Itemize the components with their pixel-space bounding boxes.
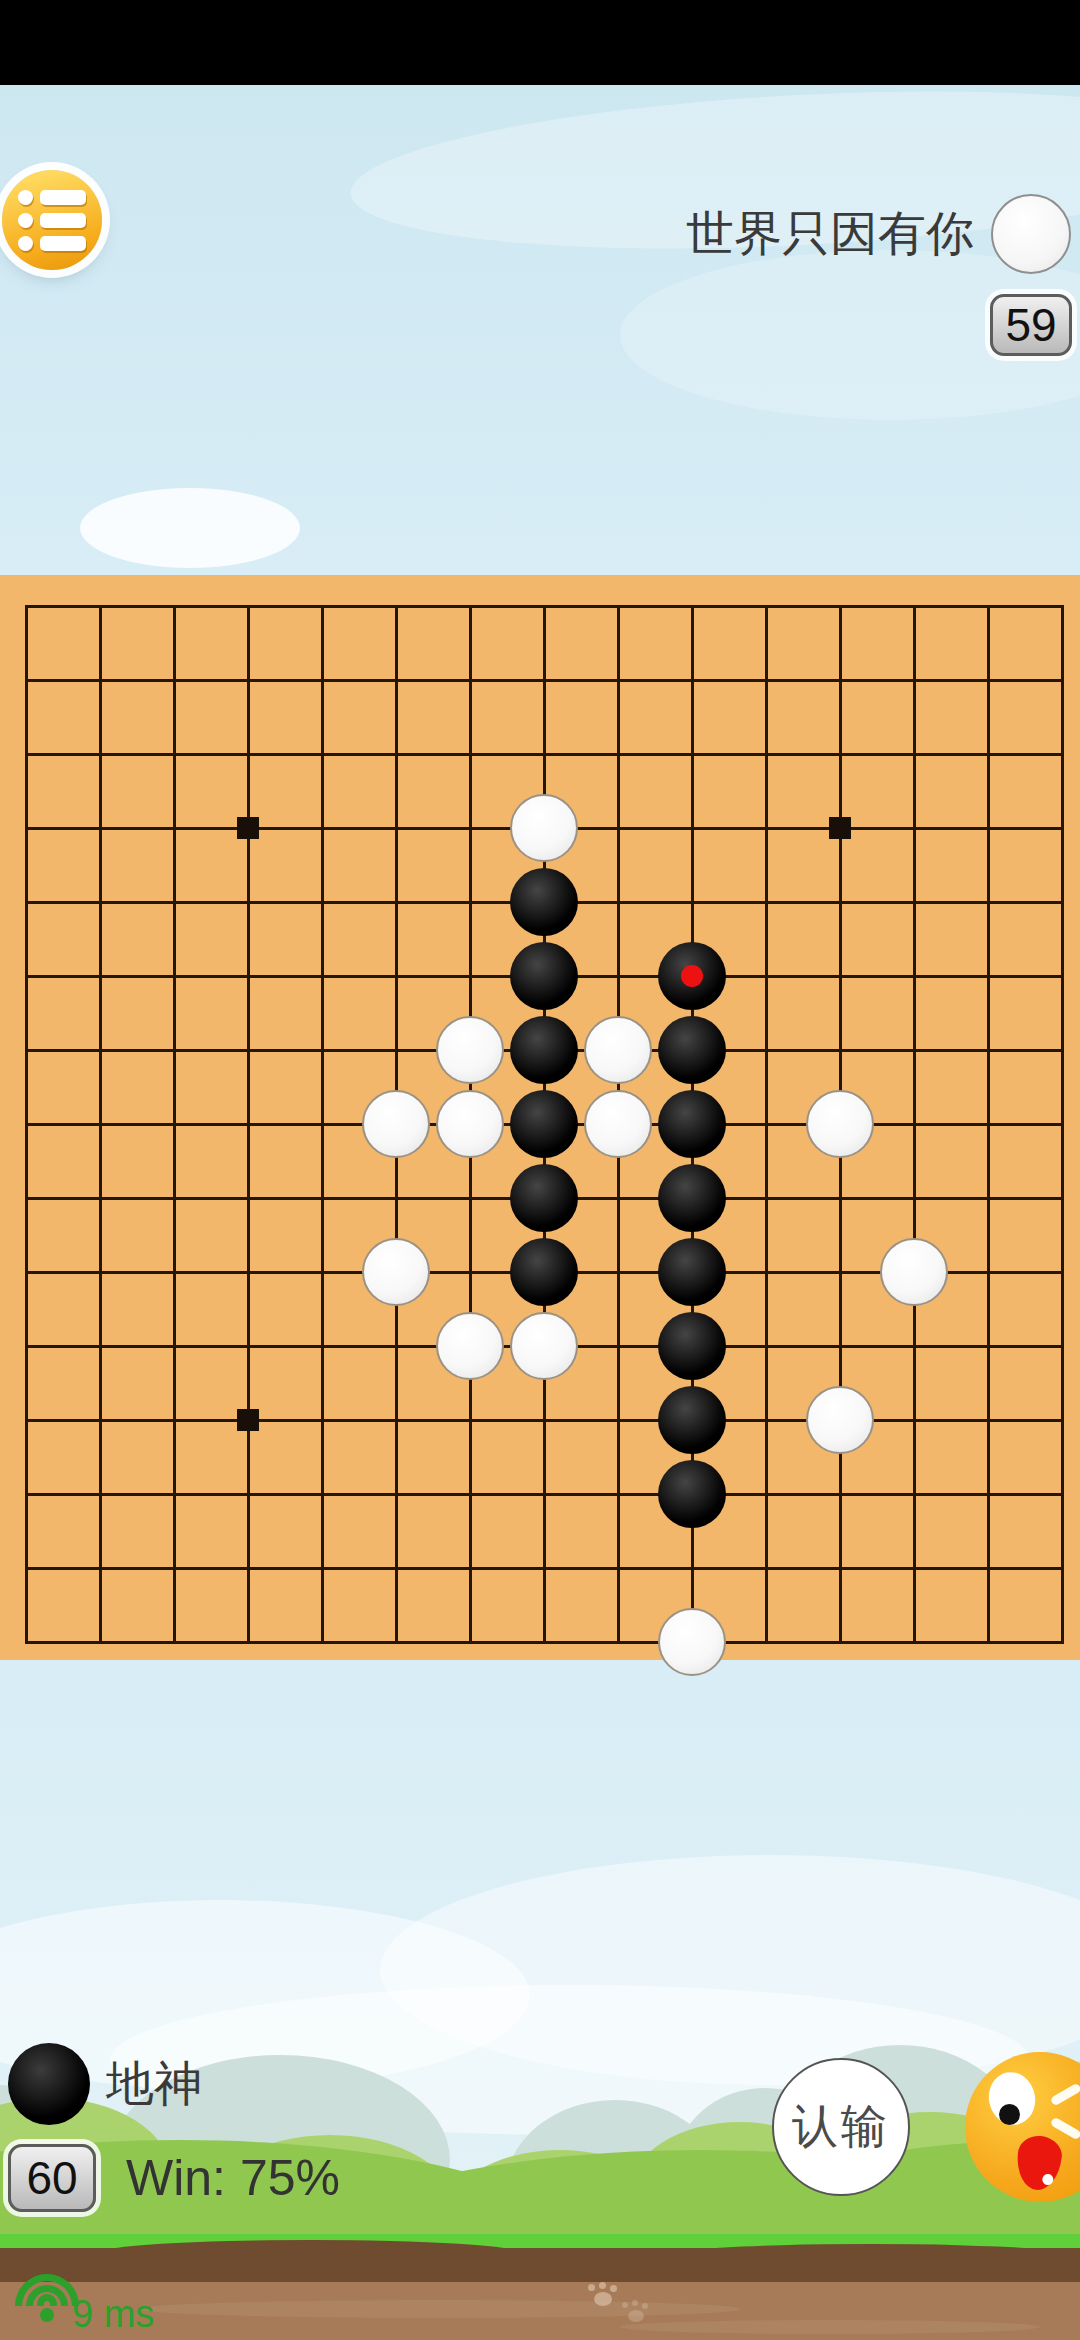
stone-black	[658, 1386, 726, 1454]
dirt-bump	[100, 2240, 520, 2266]
dirt-bump	[640, 2244, 1080, 2274]
stone-black	[658, 1238, 726, 1306]
player-stats: 60 Win: 75%	[8, 2144, 340, 2212]
opponent-panel: 世界只因有你 59	[0, 194, 1072, 356]
emoji-wink-eye	[1049, 2090, 1080, 2132]
stone-white	[658, 1608, 726, 1676]
stone-white	[362, 1238, 430, 1306]
gomoku-board[interactable]	[0, 575, 1080, 1660]
stone-white	[806, 1090, 874, 1158]
dirt-streak	[620, 2320, 1040, 2334]
stone-white	[880, 1238, 948, 1306]
stone-black	[510, 942, 578, 1010]
stone-black	[510, 1090, 578, 1158]
stone-black	[510, 1238, 578, 1306]
player-score-badge: 60	[8, 2144, 96, 2212]
player-panel: 地神	[8, 2043, 202, 2125]
dirt-streak	[140, 2300, 740, 2318]
stone-white	[436, 1016, 504, 1084]
win-rate-label: Win: 75%	[126, 2147, 340, 2209]
stone-white	[436, 1090, 504, 1158]
stone-black	[658, 1460, 726, 1528]
cloud	[80, 488, 300, 568]
stones-layer	[0, 569, 1080, 1679]
player-black-stone-avatar	[8, 2043, 90, 2125]
player-name: 地神	[106, 2043, 202, 2125]
stone-black	[658, 942, 726, 1010]
resign-button[interactable]: 认输	[772, 2058, 910, 2196]
status-bar	[0, 0, 1080, 85]
emoji-pupil	[999, 2104, 1020, 2125]
stone-white	[584, 1090, 652, 1158]
opponent-white-stone-avatar	[991, 194, 1071, 274]
stone-white	[510, 794, 578, 862]
stone-black	[658, 1016, 726, 1084]
stone-black	[658, 1312, 726, 1380]
stone-white	[806, 1386, 874, 1454]
opponent-score-badge: 59	[990, 294, 1072, 356]
stone-black	[658, 1090, 726, 1158]
stone-white	[436, 1312, 504, 1380]
emoji-tongue	[1014, 2134, 1063, 2192]
game-screen: 世界只因有你 59 地神 60 Win: 75% 认输 9 ms	[0, 0, 1080, 2340]
stone-white	[362, 1090, 430, 1158]
stone-black	[658, 1164, 726, 1232]
opponent-name: 世界只因有你	[686, 194, 974, 274]
stone-white	[584, 1016, 652, 1084]
stone-black	[510, 1016, 578, 1084]
latency-label: 9 ms	[72, 2293, 154, 2336]
stone-white	[510, 1312, 578, 1380]
stone-black	[510, 868, 578, 936]
stone-black	[510, 1164, 578, 1232]
